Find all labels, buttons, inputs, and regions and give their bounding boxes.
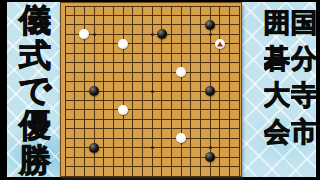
caption-character: 優 bbox=[12, 108, 58, 143]
last-move-triangle-marker bbox=[217, 41, 223, 46]
star-point bbox=[209, 33, 212, 36]
star-point bbox=[93, 33, 96, 36]
white-stone-C16 bbox=[79, 29, 89, 39]
grid-line-horizontal bbox=[65, 100, 240, 101]
black-stone-D4 bbox=[89, 143, 99, 153]
black-stone-Q17 bbox=[205, 20, 215, 30]
left-caption-gishiki-de-yusho: 儀式で優勝 bbox=[12, 4, 58, 178]
grid-line-horizontal bbox=[65, 119, 240, 120]
caption-character: 会 bbox=[264, 114, 290, 150]
black-stone-Q10 bbox=[205, 86, 215, 96]
star-point bbox=[151, 90, 154, 93]
caption-character: 国 bbox=[291, 5, 317, 41]
caption-character: 分 bbox=[291, 41, 317, 77]
caption-character: 儀 bbox=[12, 4, 58, 39]
white-stone-R15 bbox=[215, 39, 225, 49]
grid-line-horizontal bbox=[65, 138, 240, 139]
white-stone-G8 bbox=[118, 105, 128, 115]
grid-line-vertical bbox=[239, 6, 240, 177]
caption-character: で bbox=[12, 74, 58, 109]
star-point bbox=[151, 33, 154, 36]
grid-line-horizontal bbox=[65, 109, 240, 110]
black-stone-Q3 bbox=[205, 152, 215, 162]
caption-character: 囲 bbox=[264, 5, 290, 41]
caption-character: 寺 bbox=[291, 77, 317, 113]
grid-line-vertical bbox=[229, 6, 230, 177]
caption-character: 勝 bbox=[12, 143, 58, 178]
star-point bbox=[151, 146, 154, 149]
caption-character: 碁 bbox=[264, 41, 290, 77]
grid-line-vertical bbox=[171, 6, 172, 177]
grid-line-horizontal bbox=[65, 166, 240, 167]
grid-line-vertical bbox=[181, 6, 182, 177]
white-stone-N12 bbox=[176, 67, 186, 77]
grid-line-vertical bbox=[190, 6, 191, 177]
grid-line-horizontal bbox=[65, 128, 240, 129]
black-stone-D10 bbox=[89, 86, 99, 96]
caption-character: 大 bbox=[264, 77, 290, 113]
grid-line-vertical bbox=[219, 6, 220, 177]
star-point bbox=[209, 146, 212, 149]
right-caption-igo-taikai: 囲碁大会 bbox=[264, 5, 290, 150]
go-board bbox=[60, 2, 242, 177]
video-thumbnail: 儀式で優勝 囲碁大会 国分寺市 bbox=[0, 0, 320, 180]
white-stone-G15 bbox=[118, 39, 128, 49]
black-stone-L16 bbox=[157, 29, 167, 39]
go-board-grid bbox=[65, 6, 239, 176]
caption-character: 式 bbox=[12, 39, 58, 74]
right-caption-kokubunji-shi: 国分寺市 bbox=[291, 5, 317, 150]
grid-line-vertical bbox=[200, 6, 201, 177]
caption-character: 市 bbox=[291, 114, 317, 150]
grid-line-horizontal bbox=[65, 176, 240, 177]
white-stone-N5 bbox=[176, 133, 186, 143]
